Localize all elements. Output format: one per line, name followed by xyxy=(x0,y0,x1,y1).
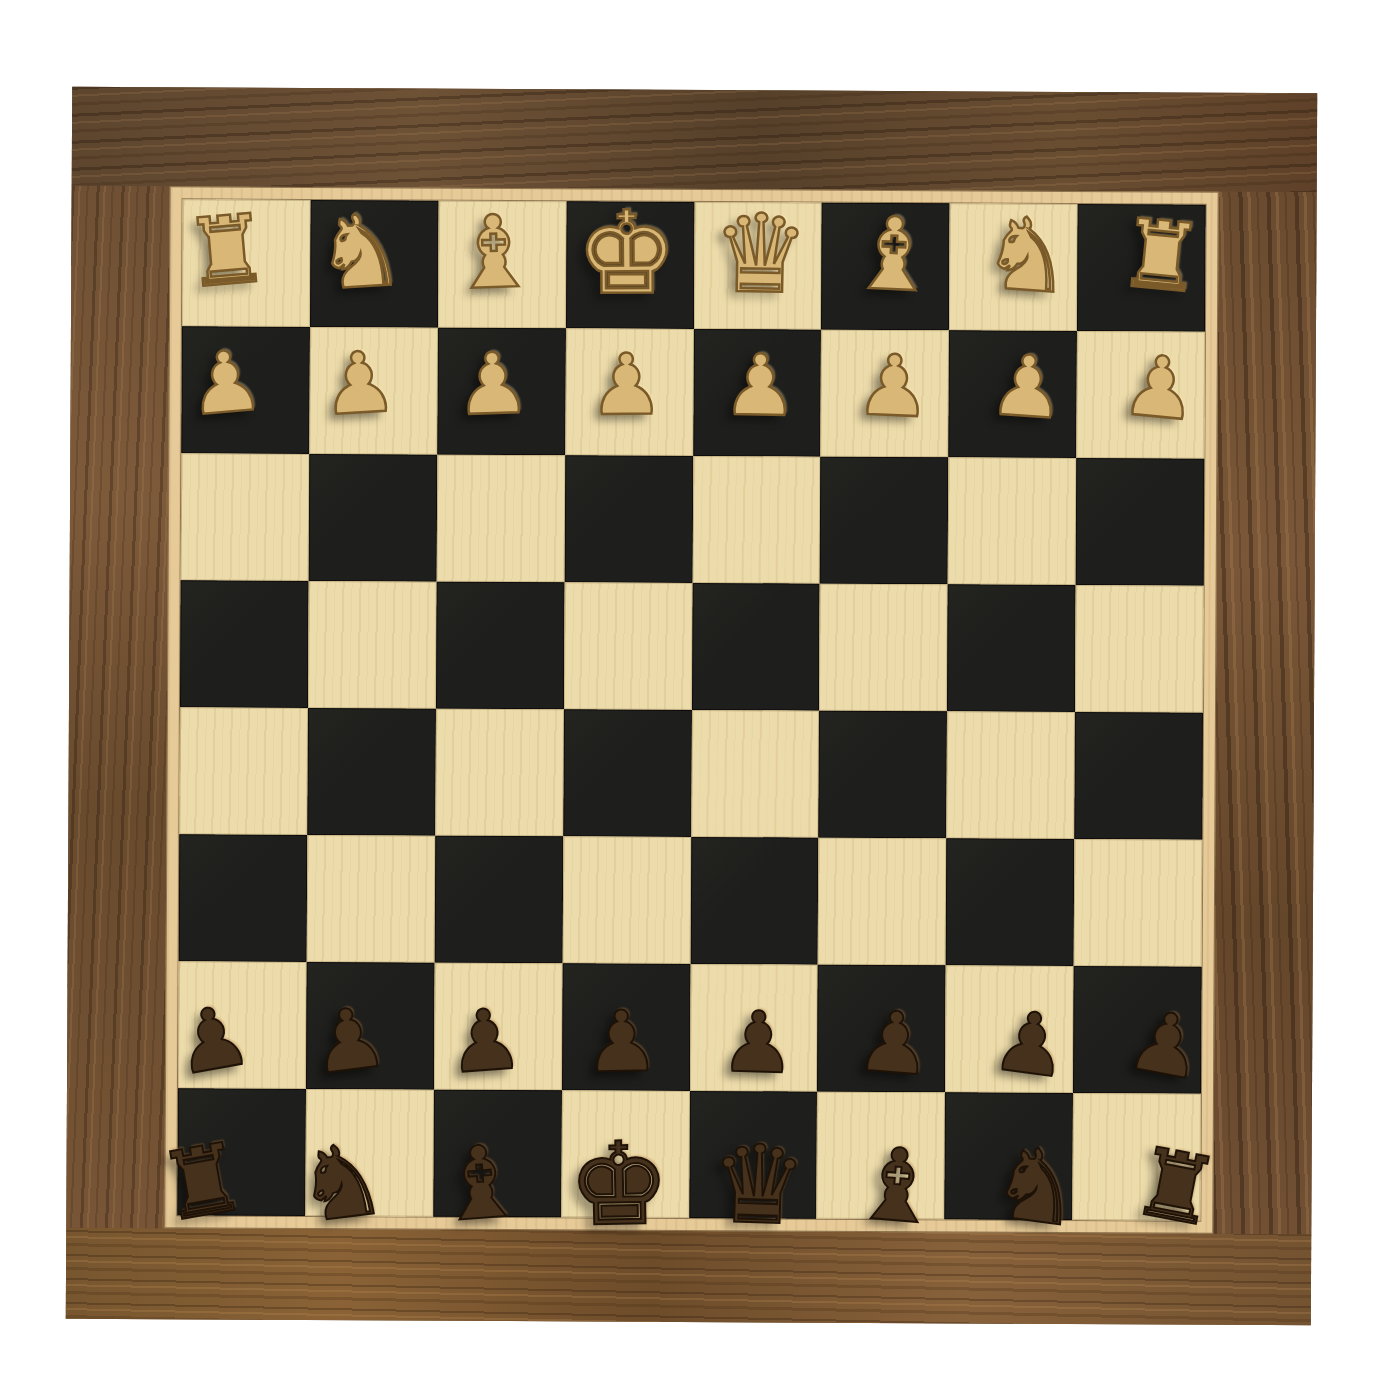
square-e7[interactable]: ♟ xyxy=(562,963,691,1091)
square-e1[interactable]: ♚ xyxy=(566,201,695,329)
piece-black-knight-b8[interactable]: ♞ xyxy=(985,1131,1087,1242)
frame-left-rail xyxy=(66,186,169,1228)
square-c8[interactable]: ♝ xyxy=(817,1092,946,1220)
square-f8[interactable]: ♝ xyxy=(433,1090,562,1218)
square-h4[interactable] xyxy=(180,580,309,708)
square-h6[interactable] xyxy=(179,834,308,962)
square-g4[interactable] xyxy=(308,581,437,709)
square-a8[interactable]: ♜ xyxy=(1072,1093,1201,1221)
square-a1[interactable]: ♜ xyxy=(1077,204,1206,332)
square-c7[interactable]: ♟ xyxy=(817,965,946,1093)
square-f7[interactable]: ♟ xyxy=(434,963,563,1091)
piece-white-pawn-g2[interactable]: ♟ xyxy=(319,339,399,427)
square-a4[interactable] xyxy=(1075,585,1204,713)
square-g1[interactable]: ♞ xyxy=(310,200,439,328)
piece-black-pawn-h7[interactable]: ♟ xyxy=(168,991,257,1087)
square-g6[interactable] xyxy=(307,835,436,963)
square-c6[interactable] xyxy=(818,838,947,966)
square-a6[interactable] xyxy=(1074,839,1203,967)
piece-white-pawn-b2[interactable]: ♟ xyxy=(986,342,1067,431)
square-b1[interactable]: ♞ xyxy=(949,203,1078,331)
square-e2[interactable]: ♟ xyxy=(565,328,694,456)
square-f3[interactable] xyxy=(436,455,565,583)
piece-black-pawn-g7[interactable]: ♟ xyxy=(306,993,391,1086)
piece-white-king-e1[interactable]: ♚ xyxy=(576,196,679,311)
square-b5[interactable] xyxy=(947,711,1076,839)
piece-black-rook-a8[interactable]: ♜ xyxy=(1126,1133,1226,1241)
piece-white-pawn-c2[interactable]: ♟ xyxy=(854,342,933,429)
piece-white-pawn-d2[interactable]: ♟ xyxy=(722,342,799,427)
piece-black-bishop-f8[interactable]: ♝ xyxy=(432,1130,529,1236)
square-d5[interactable] xyxy=(691,710,820,838)
piece-black-rook-h8[interactable]: ♜ xyxy=(152,1128,252,1235)
piece-black-pawn-c7[interactable]: ♟ xyxy=(853,998,935,1088)
piece-white-knight-b1[interactable]: ♞ xyxy=(979,202,1075,308)
square-d4[interactable] xyxy=(691,583,820,711)
piece-white-queen-d1[interactable]: ♛ xyxy=(711,199,810,309)
square-e5[interactable] xyxy=(563,709,692,837)
square-c4[interactable] xyxy=(819,584,948,712)
square-h7[interactable]: ♟ xyxy=(178,961,307,1089)
square-d8[interactable]: ♛ xyxy=(689,1091,818,1219)
square-d7[interactable]: ♟ xyxy=(689,964,818,1092)
piece-white-rook-a1[interactable]: ♜ xyxy=(1115,205,1208,307)
square-a7[interactable]: ♟ xyxy=(1073,966,1202,1094)
piece-black-bishop-c8[interactable]: ♝ xyxy=(849,1132,947,1239)
piece-white-knight-g1[interactable]: ♞ xyxy=(312,199,408,304)
piece-black-pawn-e7[interactable]: ♟ xyxy=(583,998,660,1084)
piece-white-bishop-f1[interactable]: ♝ xyxy=(447,201,540,304)
square-h3[interactable] xyxy=(181,453,310,581)
chess-board: ♜♞♝♚♛♝♞♜♟♟♟♟♟♟♟♟♟♟♟♟♟♟♟♟♜♞♝♚♛♝♞♜ xyxy=(66,87,1317,1326)
square-f2[interactable]: ♟ xyxy=(437,328,566,456)
square-b3[interactable] xyxy=(948,457,1077,585)
square-d1[interactable]: ♛ xyxy=(693,202,822,330)
square-d2[interactable]: ♟ xyxy=(693,329,822,457)
square-f4[interactable] xyxy=(436,582,565,710)
square-e3[interactable] xyxy=(564,455,693,583)
piece-white-pawn-e2[interactable]: ♟ xyxy=(588,342,664,427)
square-f1[interactable]: ♝ xyxy=(438,201,567,329)
square-a2[interactable]: ♟ xyxy=(1076,331,1205,459)
piece-black-knight-g8[interactable]: ♞ xyxy=(291,1127,392,1237)
piece-white-bishop-c1[interactable]: ♝ xyxy=(847,203,941,307)
square-b8[interactable]: ♞ xyxy=(945,1092,1074,1220)
square-a5[interactable] xyxy=(1074,712,1203,840)
square-c3[interactable] xyxy=(820,457,949,585)
square-b2[interactable]: ♟ xyxy=(949,330,1078,458)
square-e8[interactable]: ♚ xyxy=(561,1090,690,1218)
square-g5[interactable] xyxy=(307,708,436,836)
square-c5[interactable] xyxy=(819,711,948,839)
square-f6[interactable] xyxy=(434,836,563,964)
board-grid: ♜♞♝♚♛♝♞♜♟♟♟♟♟♟♟♟♟♟♟♟♟♟♟♟♜♞♝♚♛♝♞♜ xyxy=(177,199,1205,1220)
square-a3[interactable] xyxy=(1076,458,1205,586)
square-e4[interactable] xyxy=(564,582,693,710)
board-border-strip: ♜♞♝♚♛♝♞♜♟♟♟♟♟♟♟♟♟♟♟♟♟♟♟♟♜♞♝♚♛♝♞♜ xyxy=(164,186,1218,1233)
square-g2[interactable]: ♟ xyxy=(309,327,438,455)
frame-right-rail xyxy=(1213,192,1316,1234)
piece-black-pawn-f7[interactable]: ♟ xyxy=(445,996,526,1085)
page-background: ♜♞♝♚♛♝♞♜♟♟♟♟♟♟♟♟♟♟♟♟♟♟♟♟♜♞♝♚♛♝♞♜ xyxy=(0,0,1400,1400)
square-g8[interactable]: ♞ xyxy=(305,1089,434,1217)
square-h5[interactable] xyxy=(179,707,308,835)
square-c1[interactable]: ♝ xyxy=(821,203,950,331)
piece-black-queen-d8[interactable]: ♛ xyxy=(708,1129,808,1240)
square-g3[interactable] xyxy=(309,454,438,582)
frame-bottom-rail xyxy=(66,1228,1311,1326)
square-g7[interactable]: ♟ xyxy=(306,962,435,1090)
square-h8[interactable]: ♜ xyxy=(177,1088,306,1216)
piece-black-king-e8[interactable]: ♚ xyxy=(567,1126,672,1242)
piece-white-pawn-f2[interactable]: ♟ xyxy=(454,340,532,427)
piece-white-rook-h1[interactable]: ♜ xyxy=(181,201,273,302)
piece-black-pawn-a7[interactable]: ♟ xyxy=(1122,996,1212,1093)
square-b4[interactable] xyxy=(947,584,1076,712)
square-d3[interactable] xyxy=(692,456,821,584)
piece-black-pawn-b7[interactable]: ♟ xyxy=(987,997,1073,1090)
square-h2[interactable]: ♟ xyxy=(181,326,310,454)
square-b7[interactable]: ♟ xyxy=(945,965,1074,1093)
piece-black-pawn-d7[interactable]: ♟ xyxy=(719,999,797,1085)
piece-white-pawn-h2[interactable]: ♟ xyxy=(185,337,267,427)
square-b6[interactable] xyxy=(946,838,1075,966)
square-h1[interactable]: ♜ xyxy=(182,199,311,327)
square-c2[interactable]: ♟ xyxy=(821,330,950,458)
square-e6[interactable] xyxy=(562,836,691,964)
square-d6[interactable] xyxy=(690,837,819,965)
frame-top-rail xyxy=(72,87,1318,193)
square-f5[interactable] xyxy=(435,709,564,837)
piece-white-pawn-a2[interactable]: ♟ xyxy=(1119,342,1202,433)
